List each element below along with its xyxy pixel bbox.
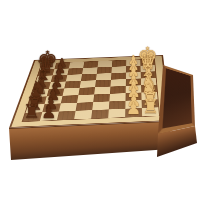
board-square[interactable] xyxy=(108,109,125,118)
chess-set-photo: ♚♟♟♚♛♟♟♛♝♟♟♝♝♟♟♝♞♟♟♞♞♟♟♞♜♟♟♜♜♟♟♜ xyxy=(0,0,200,200)
chess-piece-white-pawn[interactable]: ♟ xyxy=(126,100,141,117)
chess-piece-black-rook[interactable]: ♜ xyxy=(23,103,40,122)
chess-piece-black-pawn[interactable]: ♟ xyxy=(41,104,56,121)
board-square[interactable] xyxy=(74,110,92,119)
board-square[interactable] xyxy=(57,111,76,120)
drawer-opening[interactable] xyxy=(158,65,195,134)
board-square[interactable] xyxy=(91,109,109,118)
chess-piece-white-rook[interactable]: ♜ xyxy=(142,98,159,117)
drawer-interior xyxy=(162,68,191,128)
